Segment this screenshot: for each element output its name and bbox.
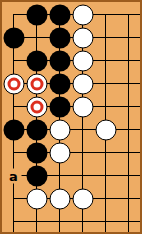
white-stone[interactable]	[49, 142, 70, 163]
black-stone[interactable]	[3, 27, 24, 48]
circle-mark-icon	[7, 77, 20, 90]
circle-mark-icon	[30, 100, 43, 113]
black-stone[interactable]	[49, 50, 70, 71]
black-stone[interactable]	[49, 27, 70, 48]
black-stone[interactable]	[26, 4, 47, 25]
black-stone[interactable]	[49, 96, 70, 117]
grid-line-horizontal	[13, 221, 140, 222]
black-stone[interactable]	[49, 4, 70, 25]
black-stone[interactable]	[3, 119, 24, 140]
white-stone[interactable]	[72, 4, 93, 25]
white-stone-circled[interactable]	[3, 73, 24, 94]
go-board: a	[0, 0, 142, 234]
black-stone[interactable]	[26, 50, 47, 71]
white-stone[interactable]	[26, 188, 47, 209]
black-stone[interactable]	[49, 73, 70, 94]
white-stone[interactable]	[72, 96, 93, 117]
white-stone[interactable]	[72, 50, 93, 71]
point-label-a[interactable]: a	[6, 168, 21, 183]
white-stone[interactable]	[72, 188, 93, 209]
white-stone[interactable]	[95, 119, 116, 140]
white-stone[interactable]	[72, 73, 93, 94]
black-stone[interactable]	[26, 165, 47, 186]
white-stone[interactable]	[72, 27, 93, 48]
circle-mark-icon	[30, 77, 43, 90]
white-stone-circled[interactable]	[26, 96, 47, 117]
black-stone[interactable]	[26, 142, 47, 163]
grid-line-vertical	[128, 14, 129, 232]
black-stone[interactable]	[26, 119, 47, 140]
white-stone[interactable]	[49, 119, 70, 140]
white-stone-circled[interactable]	[26, 73, 47, 94]
white-stone[interactable]	[49, 188, 70, 209]
